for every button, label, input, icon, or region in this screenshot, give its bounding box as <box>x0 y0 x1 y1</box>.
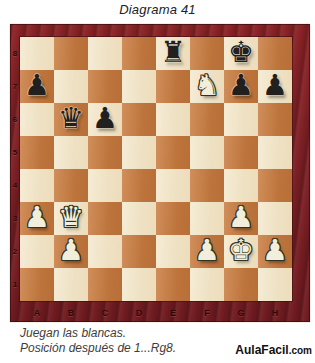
file-label-b: B <box>54 304 88 322</box>
square-f7: ♞ <box>190 70 224 103</box>
white-king-g2: ♚ <box>228 236 254 265</box>
square-h2: ♟ <box>258 235 292 268</box>
file-label-d: D <box>122 304 156 322</box>
square-a5 <box>20 136 54 169</box>
square-f5 <box>190 136 224 169</box>
square-c4 <box>88 169 122 202</box>
white-pawn-g3: ♟ <box>228 203 254 232</box>
square-a8 <box>20 37 54 70</box>
square-d7 <box>122 70 156 103</box>
square-g2: ♚ <box>224 235 258 268</box>
square-d5 <box>122 136 156 169</box>
rank-label-6: 6 <box>10 103 20 136</box>
white-pawn-f2: ♟ <box>194 236 220 265</box>
square-c7 <box>88 70 122 103</box>
diagram-title: Diagrama 41 <box>0 2 315 17</box>
square-c5 <box>88 136 122 169</box>
black-pawn-a7: ♟ <box>24 71 50 100</box>
square-d8 <box>122 37 156 70</box>
file-label-a: A <box>20 304 54 322</box>
square-f8 <box>190 37 224 70</box>
branding-suffix: .com <box>289 345 312 356</box>
square-c3 <box>88 202 122 235</box>
square-g6 <box>224 103 258 136</box>
caption-line-1: Juegan las blancas. <box>20 326 176 341</box>
square-a4 <box>20 169 54 202</box>
rank-label-8: 8 <box>10 37 20 70</box>
square-a7: ♟ <box>20 70 54 103</box>
black-king-g8: ♚ <box>228 38 254 67</box>
white-pawn-h2: ♟ <box>262 236 288 265</box>
rank-label-7: 7 <box>10 70 20 103</box>
rank-label-4: 4 <box>10 169 20 202</box>
file-label-c: C <box>88 304 122 322</box>
black-pawn-g7: ♟ <box>228 71 254 100</box>
white-pawn-b2: ♟ <box>58 236 84 265</box>
square-e2 <box>156 235 190 268</box>
square-d4 <box>122 169 156 202</box>
diagram-page: Diagrama 41 ♜♚♟♞♟♟♛♟♟♛♟♟♟♚♟ 87654321 ABC… <box>0 0 315 363</box>
square-b5 <box>54 136 88 169</box>
square-h3 <box>258 202 292 235</box>
square-h4 <box>258 169 292 202</box>
square-h6 <box>258 103 292 136</box>
square-a2 <box>20 235 54 268</box>
square-e1 <box>156 268 190 301</box>
square-a6 <box>20 103 54 136</box>
square-f4 <box>190 169 224 202</box>
branding-name: AulaFacil <box>235 343 288 357</box>
square-f1 <box>190 268 224 301</box>
black-rook-e8: ♜ <box>160 38 186 67</box>
white-queen-b3: ♛ <box>58 203 84 232</box>
square-f2: ♟ <box>190 235 224 268</box>
square-d1 <box>122 268 156 301</box>
square-e3 <box>156 202 190 235</box>
square-b1 <box>54 268 88 301</box>
square-b8 <box>54 37 88 70</box>
black-pawn-h7: ♟ <box>262 71 288 100</box>
square-g7: ♟ <box>224 70 258 103</box>
square-e7 <box>156 70 190 103</box>
square-f3 <box>190 202 224 235</box>
file-label-g: G <box>224 304 258 322</box>
rank-label-1: 1 <box>10 268 20 301</box>
square-g1 <box>224 268 258 301</box>
square-h8 <box>258 37 292 70</box>
square-c6: ♟ <box>88 103 122 136</box>
caption: Juegan las blancas. Posición después de … <box>20 326 176 356</box>
square-h1 <box>258 268 292 301</box>
square-f6 <box>190 103 224 136</box>
file-label-e: E <box>156 304 190 322</box>
white-pawn-a3: ♟ <box>24 203 50 232</box>
square-e8: ♜ <box>156 37 190 70</box>
square-g3: ♟ <box>224 202 258 235</box>
branding: AulaFacil.com <box>235 340 312 358</box>
black-queen-b6: ♛ <box>58 104 84 133</box>
rank-label-2: 2 <box>10 235 20 268</box>
square-b7 <box>54 70 88 103</box>
square-b2: ♟ <box>54 235 88 268</box>
square-b3: ♛ <box>54 202 88 235</box>
square-h5 <box>258 136 292 169</box>
square-g5 <box>224 136 258 169</box>
rank-label-3: 3 <box>10 202 20 235</box>
white-knight-f7: ♞ <box>194 71 220 100</box>
square-e4 <box>156 169 190 202</box>
square-c1 <box>88 268 122 301</box>
file-label-f: F <box>190 304 224 322</box>
square-a1 <box>20 268 54 301</box>
square-d6 <box>122 103 156 136</box>
square-c2 <box>88 235 122 268</box>
square-g8: ♚ <box>224 37 258 70</box>
square-b4 <box>54 169 88 202</box>
square-c8 <box>88 37 122 70</box>
chess-board-frame: ♜♚♟♞♟♟♛♟♟♛♟♟♟♚♟ 87654321 ABCDEFGH <box>10 24 310 322</box>
square-g4 <box>224 169 258 202</box>
black-pawn-c6: ♟ <box>92 104 118 133</box>
square-b6: ♛ <box>54 103 88 136</box>
square-d2 <box>122 235 156 268</box>
rank-label-5: 5 <box>10 136 20 169</box>
file-label-h: H <box>258 304 292 322</box>
square-a3: ♟ <box>20 202 54 235</box>
square-d3 <box>122 202 156 235</box>
square-e5 <box>156 136 190 169</box>
chess-board: ♜♚♟♞♟♟♛♟♟♛♟♟♟♚♟ <box>20 37 292 301</box>
square-e6 <box>156 103 190 136</box>
caption-line-2: Posición después de 1...Rg8. <box>20 341 176 356</box>
square-h7: ♟ <box>258 70 292 103</box>
